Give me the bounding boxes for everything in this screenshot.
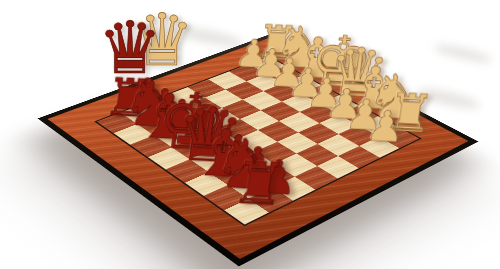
piece-boxwood-bishop: ♝ [343,57,379,116]
square: ♟ [359,136,400,158]
square: ♟ [248,187,292,212]
extra-queen-padauk: ♛ [98,12,163,84]
chess-set-photo: ♜♞♝♚♛♝♞♜♟♟♟♟♟♟♟♟♟♟♟♟♟♟♟♟♜♞♝♚♛♝♞♜ ♛ ♛ [0,0,500,269]
piece-shadow [433,41,494,65]
piece-boxwood-rook: ♜ [253,18,285,66]
piece-shadow [414,85,481,113]
